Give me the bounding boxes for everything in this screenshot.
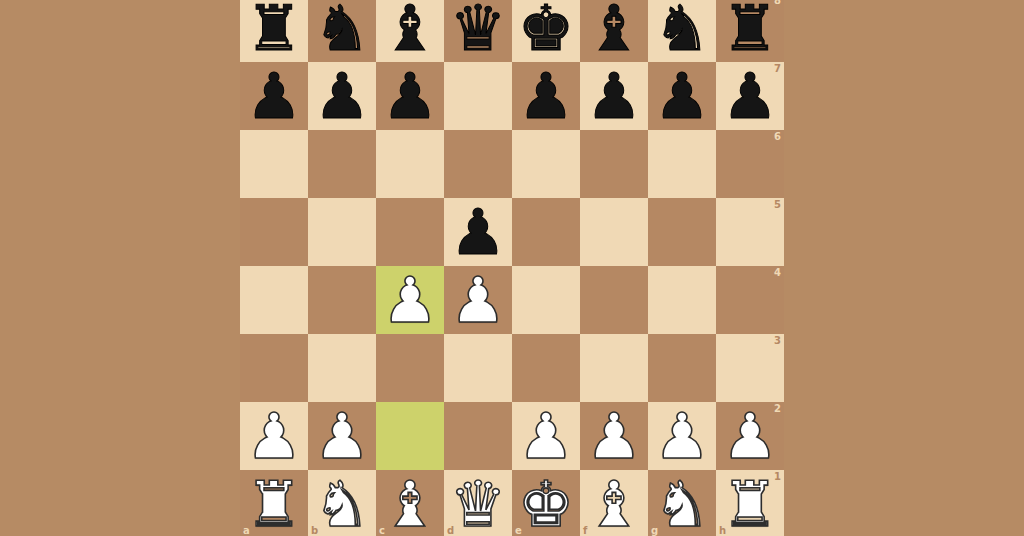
white-pawn[interactable]: ♟ [376, 266, 444, 334]
square-g4[interactable] [648, 266, 716, 334]
black-pawn[interactable]: ♟ [376, 62, 444, 130]
chess-board: ♜♞♝♛♚♝♞♜8♟♟♟♟♟♟♟76♟5♟♟43♟♟♟♟♟♟2♜a♞b♝c♛d♚… [240, 0, 784, 536]
white-knight[interactable]: ♞ [308, 470, 376, 536]
square-e4[interactable] [512, 266, 580, 334]
square-d8[interactable]: ♛ [444, 0, 512, 62]
square-a2[interactable]: ♟ [240, 402, 308, 470]
coord-rank-4: 4 [774, 268, 781, 278]
square-d6[interactable] [444, 130, 512, 198]
white-pawn[interactable]: ♟ [308, 402, 376, 470]
square-c2[interactable] [376, 402, 444, 470]
square-d2[interactable] [444, 402, 512, 470]
white-pawn[interactable]: ♟ [444, 266, 512, 334]
white-queen[interactable]: ♛ [444, 470, 512, 536]
square-e6[interactable] [512, 130, 580, 198]
black-knight[interactable]: ♞ [648, 0, 716, 62]
black-pawn[interactable]: ♟ [648, 62, 716, 130]
square-h5[interactable]: 5 [716, 198, 784, 266]
square-e1[interactable]: ♚e [512, 470, 580, 536]
square-d1[interactable]: ♛d [444, 470, 512, 536]
square-h6[interactable]: 6 [716, 130, 784, 198]
coord-rank-3: 3 [774, 336, 781, 346]
square-f8[interactable]: ♝ [580, 0, 648, 62]
square-a6[interactable] [240, 130, 308, 198]
square-h8[interactable]: ♜8 [716, 0, 784, 62]
square-c1[interactable]: ♝c [376, 470, 444, 536]
square-c4[interactable]: ♟ [376, 266, 444, 334]
square-c8[interactable]: ♝ [376, 0, 444, 62]
black-knight[interactable]: ♞ [308, 0, 376, 62]
square-b4[interactable] [308, 266, 376, 334]
white-pawn[interactable]: ♟ [240, 402, 308, 470]
black-rook[interactable]: ♜ [240, 0, 308, 62]
square-g1[interactable]: ♞g [648, 470, 716, 536]
square-h7[interactable]: ♟7 [716, 62, 784, 130]
square-b5[interactable] [308, 198, 376, 266]
square-a3[interactable] [240, 334, 308, 402]
coord-rank-5: 5 [774, 200, 781, 210]
square-d4[interactable]: ♟ [444, 266, 512, 334]
white-pawn[interactable]: ♟ [580, 402, 648, 470]
black-pawn[interactable]: ♟ [444, 198, 512, 266]
square-f7[interactable]: ♟ [580, 62, 648, 130]
square-d3[interactable] [444, 334, 512, 402]
square-e5[interactable] [512, 198, 580, 266]
square-c3[interactable] [376, 334, 444, 402]
square-e7[interactable]: ♟ [512, 62, 580, 130]
square-d5[interactable]: ♟ [444, 198, 512, 266]
square-b3[interactable] [308, 334, 376, 402]
square-g2[interactable]: ♟ [648, 402, 716, 470]
square-h3[interactable]: 3 [716, 334, 784, 402]
white-pawn[interactable]: ♟ [648, 402, 716, 470]
square-c6[interactable] [376, 130, 444, 198]
white-rook[interactable]: ♜ [716, 470, 784, 536]
black-pawn[interactable]: ♟ [580, 62, 648, 130]
black-pawn[interactable]: ♟ [308, 62, 376, 130]
black-king[interactable]: ♚ [512, 0, 580, 62]
square-f6[interactable] [580, 130, 648, 198]
square-a1[interactable]: ♜a [240, 470, 308, 536]
white-king[interactable]: ♚ [512, 470, 580, 536]
square-h2[interactable]: ♟2 [716, 402, 784, 470]
square-f3[interactable] [580, 334, 648, 402]
square-f2[interactable]: ♟ [580, 402, 648, 470]
square-e3[interactable] [512, 334, 580, 402]
black-rook[interactable]: ♜ [716, 0, 784, 62]
square-e8[interactable]: ♚ [512, 0, 580, 62]
square-b1[interactable]: ♞b [308, 470, 376, 536]
board-stage: ♜♞♝♛♚♝♞♜8♟♟♟♟♟♟♟76♟5♟♟43♟♟♟♟♟♟2♜a♞b♝c♛d♚… [0, 0, 1024, 536]
white-knight[interactable]: ♞ [648, 470, 716, 536]
black-pawn[interactable]: ♟ [716, 62, 784, 130]
square-g3[interactable] [648, 334, 716, 402]
square-h1[interactable]: ♜1h [716, 470, 784, 536]
square-b7[interactable]: ♟ [308, 62, 376, 130]
square-b8[interactable]: ♞ [308, 0, 376, 62]
square-a5[interactable] [240, 198, 308, 266]
square-a8[interactable]: ♜ [240, 0, 308, 62]
square-c7[interactable]: ♟ [376, 62, 444, 130]
square-f4[interactable] [580, 266, 648, 334]
square-h4[interactable]: 4 [716, 266, 784, 334]
square-b6[interactable] [308, 130, 376, 198]
square-a7[interactable]: ♟ [240, 62, 308, 130]
black-pawn[interactable]: ♟ [512, 62, 580, 130]
square-f1[interactable]: ♝f [580, 470, 648, 536]
square-c5[interactable] [376, 198, 444, 266]
square-g5[interactable] [648, 198, 716, 266]
black-queen[interactable]: ♛ [444, 0, 512, 62]
square-g6[interactable] [648, 130, 716, 198]
square-a4[interactable] [240, 266, 308, 334]
white-pawn[interactable]: ♟ [512, 402, 580, 470]
coord-rank-6: 6 [774, 132, 781, 142]
black-pawn[interactable]: ♟ [240, 62, 308, 130]
square-g7[interactable]: ♟ [648, 62, 716, 130]
white-pawn[interactable]: ♟ [716, 402, 784, 470]
square-d7[interactable] [444, 62, 512, 130]
black-bishop[interactable]: ♝ [376, 0, 444, 62]
square-g8[interactable]: ♞ [648, 0, 716, 62]
page: { "game": "chess", "position": { "fen": … [0, 0, 1024, 536]
white-bishop[interactable]: ♝ [580, 470, 648, 536]
white-rook[interactable]: ♜ [240, 470, 308, 536]
black-bishop[interactable]: ♝ [580, 0, 648, 62]
white-bishop[interactable]: ♝ [376, 470, 444, 536]
square-e2[interactable]: ♟ [512, 402, 580, 470]
square-f5[interactable] [580, 198, 648, 266]
square-b2[interactable]: ♟ [308, 402, 376, 470]
